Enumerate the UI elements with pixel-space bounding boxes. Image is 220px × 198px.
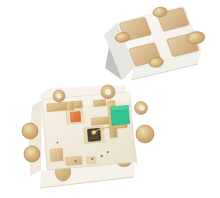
castellation-core — [139, 105, 145, 111]
photo-canvas — [0, 0, 220, 198]
castellation-bump-left-lower — [24, 146, 40, 162]
led-die-orange-center — [73, 114, 78, 119]
castellation-core — [105, 89, 111, 95]
bond-ball — [92, 130, 97, 135]
gold-pad — [50, 148, 63, 161]
gold-trace — [91, 117, 111, 126]
gold-pad — [66, 156, 82, 165]
castellation-bump-right-lower — [136, 125, 154, 143]
product-photo — [0, 0, 220, 198]
gold-pad — [87, 157, 96, 164]
castellation-bump-left-upper — [22, 123, 38, 139]
gold-trace — [93, 99, 106, 106]
gold-trace — [47, 102, 69, 112]
castellation-core — [57, 94, 62, 99]
led-top-face — [42, 92, 135, 170]
